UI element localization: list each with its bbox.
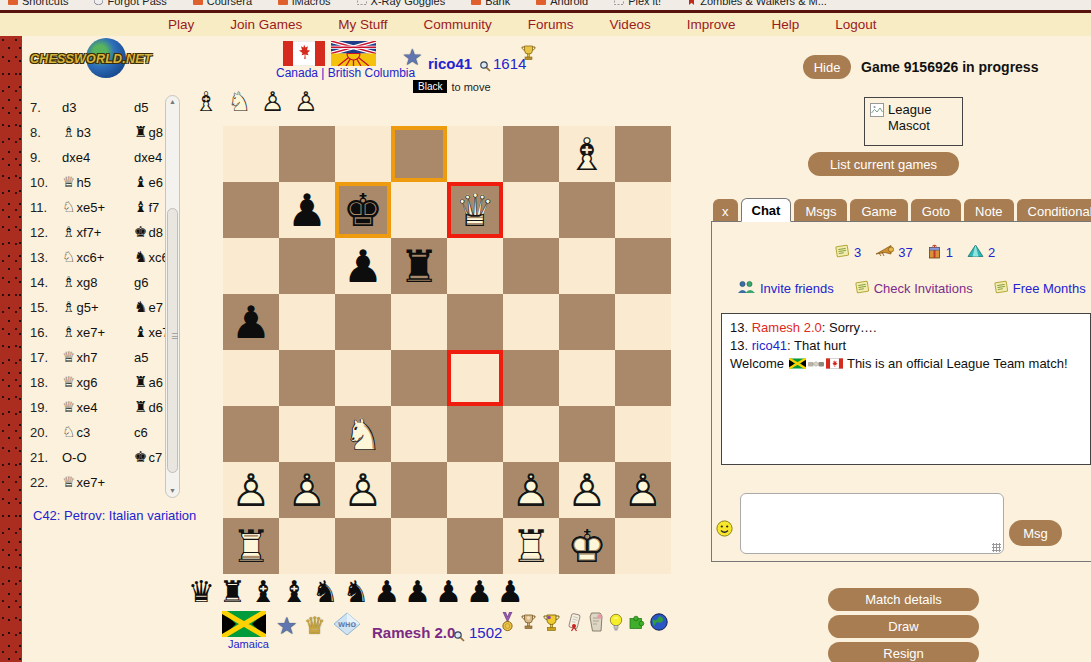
move-row: 18.♕xg6♜a6: [30, 371, 163, 393]
square-a4[interactable]: [223, 350, 279, 406]
square-a7[interactable]: [223, 182, 279, 238]
chess-board[interactable]: ♝♗♟♚♛♕♟♜♟♞♘♟♙♟♙♟♙♟♙♟♙♟♙♜♖♜♖♚♔: [223, 126, 671, 574]
tab-msgs[interactable]: Msgs: [794, 199, 847, 222]
move-row: 15.♗g5+♞e7: [30, 296, 163, 318]
bookmark-item[interactable]: Shortcuts: [8, 0, 68, 7]
square-d6[interactable]: ♜: [391, 238, 447, 294]
square-a6[interactable]: [223, 238, 279, 294]
square-d2[interactable]: [391, 462, 447, 518]
move-black[interactable]: ♞e7: [134, 298, 163, 316]
chat-message: 13. Ramesh 2.0: Sorry….: [730, 319, 1082, 337]
nav-join-games[interactable]: Join Games: [230, 17, 302, 32]
counter-row: 33712: [835, 243, 995, 262]
square-b7[interactable]: ♟: [279, 182, 335, 238]
move-row: 21.O-O♚c7: [30, 446, 162, 468]
link-check-invitations[interactable]: Check Invitations: [855, 280, 973, 297]
square-f5[interactable]: [503, 294, 559, 350]
resize-handle[interactable]: [992, 543, 1001, 552]
square-g7[interactable]: [559, 182, 615, 238]
move-black[interactable]: ♜g8: [134, 123, 163, 141]
move-row: 13.♘xc6+♞xc6: [30, 246, 169, 268]
chat-prefix: 13.: [730, 338, 752, 353]
gem-icon: [967, 244, 984, 261]
piece-white-pawn[interactable]: ♟♙: [567, 468, 607, 513]
move-black[interactable]: g6: [134, 275, 148, 290]
piece-black-knight[interactable]: ♞: [343, 577, 370, 607]
square-e1[interactable]: [447, 518, 503, 574]
move-row: 10.♕h5♝e6: [30, 171, 163, 193]
square-a5[interactable]: ♟: [223, 294, 279, 350]
counter-value: 3: [854, 245, 861, 260]
square-e8[interactable]: [447, 126, 503, 182]
move-row: 7.d3d5: [30, 96, 148, 118]
diploma-icon: [566, 613, 583, 636]
bookmark-item[interactable]: Coursera: [193, 0, 252, 7]
folder-icon: [471, 0, 481, 7]
move-number: 21.: [30, 450, 62, 465]
chat-message-input[interactable]: [740, 493, 1004, 554]
lightbulb-icon: [609, 613, 623, 636]
square-b4[interactable]: [279, 350, 335, 406]
handshake-icon: [808, 357, 824, 372]
note-icon: [994, 280, 1009, 297]
move-number: 13.: [30, 250, 62, 265]
chat-message: Welcome This is an official League Team …: [730, 355, 1082, 374]
move-row: 17.♕xh7a5: [30, 346, 148, 368]
trumpet-icon: [875, 244, 894, 262]
square-c1[interactable]: [335, 518, 391, 574]
chat-prefix: 13.: [730, 320, 752, 335]
move-white[interactable]: ♘c3: [62, 423, 134, 441]
square-h8[interactable]: [615, 126, 671, 182]
piece-black-rook[interactable]: ♜: [219, 577, 246, 607]
move-row: 19.♕xe4♜d6: [30, 396, 163, 418]
broken-image-icon: [870, 103, 884, 121]
square-c2[interactable]: ♟♙: [335, 462, 391, 518]
move-number: 14.: [30, 275, 62, 290]
tab-conditionals[interactable]: Conditionals: [1017, 199, 1091, 222]
bookmarks-list: ShortcutsForgot PassCourseraiMacrosX-Ray…: [0, 0, 1091, 7]
piece-white-knight[interactable]: ♞♘: [227, 88, 251, 115]
move-number: 17.: [30, 350, 62, 365]
to-move-color-badge: Black: [413, 80, 447, 93]
square-h7[interactable]: [615, 182, 671, 238]
move-white[interactable]: ♗xf7+: [62, 223, 134, 241]
square-c8[interactable]: [335, 126, 391, 182]
top-player-name[interactable]: rico41: [428, 55, 472, 72]
chat-author[interactable]: Ramesh 2.0: [752, 320, 822, 335]
bottom-player-name[interactable]: Ramesh 2.0: [372, 624, 455, 641]
gift-icon: [927, 243, 942, 262]
to-move-indicator: Black to move: [413, 80, 491, 93]
move-number: 18.: [30, 375, 62, 390]
square-f2[interactable]: ♟♙: [503, 462, 559, 518]
move-white[interactable]: ♕h5: [62, 173, 134, 191]
piece-black-queen[interactable]: ♛: [188, 577, 215, 607]
counter-value: 1: [946, 245, 953, 260]
shield-icon: [94, 0, 103, 7]
move-black[interactable]: dxe4: [134, 150, 162, 165]
piece-white-king[interactable]: ♚♔: [567, 524, 607, 569]
medal-icon: [500, 612, 515, 636]
square-b8[interactable]: [279, 126, 335, 182]
move-white[interactable]: ♕xe7+: [62, 473, 134, 491]
to-move-suffix: to move: [451, 81, 490, 93]
site-logo-text: CHESSWORLD.NET: [30, 52, 152, 66]
move-number: 15.: [30, 300, 62, 315]
draw-button[interactable]: Draw: [828, 615, 979, 638]
bookmark-label: Bank: [485, 0, 510, 7]
square-g1[interactable]: ♚♔: [559, 518, 615, 574]
bookmark-label: Coursera: [207, 0, 252, 7]
nav-help[interactable]: Help: [771, 17, 799, 32]
square-f1[interactable]: ♜♖: [503, 518, 559, 574]
square-f4[interactable]: [503, 350, 559, 406]
piece-white-pawn[interactable]: ♟♙: [231, 468, 271, 513]
counter-gem[interactable]: 2: [967, 244, 995, 261]
piece-black-bishop[interactable]: ♝: [250, 577, 277, 607]
dashed-icon: [614, 0, 624, 7]
bookmark-item[interactable]: Plex it!: [614, 0, 661, 7]
link-label: Invite friends: [760, 281, 834, 296]
who-diamond-icon: WHO: [333, 612, 361, 640]
move-white[interactable]: ♗g5+: [62, 298, 134, 316]
square-f7[interactable]: [503, 182, 559, 238]
move-number: 11.: [30, 200, 62, 215]
move-number: 9.: [30, 150, 62, 165]
piece-black-pawn[interactable]: ♟: [373, 577, 400, 607]
hide-button[interactable]: Hide: [803, 55, 851, 79]
square-a3[interactable]: [223, 406, 279, 462]
league-mascot-box: League Mascot: [864, 97, 963, 146]
bookmark-label: Zombies & Walkers & M...: [700, 0, 827, 7]
canada-flag-small: [826, 357, 843, 372]
square-b2[interactable]: ♟♙: [279, 462, 335, 518]
red-bookmark-icon: [687, 0, 696, 7]
bookmark-item[interactable]: Bank: [471, 0, 510, 7]
move-black[interactable]: c6: [134, 425, 148, 440]
player-location-link[interactable]: Canada | British Columbia: [276, 66, 415, 80]
piece-black-pawn[interactable]: ♟: [466, 577, 493, 607]
bookmark-item[interactable]: Forgot Pass: [94, 0, 166, 7]
square-e2[interactable]: [447, 462, 503, 518]
nav-my-stuff[interactable]: My Stuff: [338, 17, 387, 32]
move-number: 22.: [30, 475, 62, 490]
square-h6[interactable]: [615, 238, 671, 294]
bookmark-item[interactable]: Android: [536, 0, 588, 7]
resign-button[interactable]: Resign: [828, 642, 979, 662]
nav-play[interactable]: Play: [168, 17, 194, 32]
piece-white-pawn[interactable]: ♟♙: [343, 468, 383, 513]
move-row: 9.dxe4dxe4: [30, 146, 162, 168]
folder-icon: [193, 0, 203, 7]
move-white[interactable]: ♕xh7: [62, 348, 134, 366]
site-logo[interactable]: CHESSWORLD.NET: [28, 36, 158, 80]
move-number: 19.: [30, 400, 62, 415]
move-number: 7.: [30, 100, 62, 115]
invite-icon: [737, 280, 756, 297]
square-d8[interactable]: [391, 126, 447, 182]
bookmark-item[interactable]: X-Ray Goggles: [357, 0, 446, 7]
move-white[interactable]: ♘xc6+: [62, 248, 134, 266]
square-d5[interactable]: [391, 294, 447, 350]
note-icon: [855, 280, 870, 297]
counter-trumpet[interactable]: 37: [875, 244, 912, 262]
square-f6[interactable]: [503, 238, 559, 294]
square-c6[interactable]: ♟: [335, 238, 391, 294]
send-message-button[interactable]: Msg: [1009, 520, 1062, 546]
bookmark-label: X-Ray Goggles: [371, 0, 446, 7]
scrollbar-thumb[interactable]: ☰: [167, 208, 178, 473]
move-row: 14.♗xg8g6: [30, 271, 148, 293]
square-f8[interactable]: [503, 126, 559, 182]
move-row: 12.♗xf7+♚d8: [30, 221, 163, 243]
bookmark-label: Plex it!: [628, 0, 661, 7]
piece-black-bishop[interactable]: ♝: [281, 577, 308, 607]
smiley-icon[interactable]: [716, 520, 733, 541]
piece-black-knight[interactable]: ♞: [312, 577, 339, 607]
square-g3[interactable]: [559, 406, 615, 462]
bottom-player-rating: 1502: [469, 624, 502, 641]
counter-value: 37: [898, 245, 912, 260]
square-e4[interactable]: [447, 350, 503, 406]
bronze-trophy-icon: [520, 613, 537, 635]
star-icon: ★: [402, 44, 423, 71]
move-number: 8.: [30, 125, 62, 140]
move-black[interactable]: ♚d8: [134, 223, 163, 241]
square-h3[interactable]: [615, 406, 671, 462]
piece-black-rook[interactable]: ♜: [399, 244, 439, 289]
bookmark-item[interactable]: iMacros: [278, 0, 331, 7]
magnifier-icon[interactable]: [453, 628, 465, 646]
square-d4[interactable]: [391, 350, 447, 406]
bookmark-label: Forgot Pass: [107, 0, 166, 7]
square-g5[interactable]: [559, 294, 615, 350]
piece-black-pawn[interactable]: ♟: [435, 577, 462, 607]
bookmark-item[interactable]: Zombies & Walkers & M...: [687, 0, 827, 7]
piece-black-pawn[interactable]: ♟: [287, 188, 327, 233]
bookmark-label: Shortcuts: [22, 0, 68, 7]
square-c5[interactable]: [335, 294, 391, 350]
square-g4[interactable]: [559, 350, 615, 406]
piece-black-pawn[interactable]: ♟: [343, 244, 383, 289]
svg-text:WHO: WHO: [338, 621, 357, 629]
move-black[interactable]: ♜a6: [134, 373, 163, 391]
scroll-up-arrow[interactable]: ▲: [167, 96, 178, 108]
square-b5[interactable]: [279, 294, 335, 350]
dashed-icon: [357, 0, 367, 7]
tab-goto[interactable]: Goto: [911, 199, 961, 222]
link-label: Check Invitations: [874, 281, 973, 296]
piece-white-pawn[interactable]: ♟♙: [511, 468, 551, 513]
piece-white-bishop[interactable]: ♝♗: [567, 132, 607, 177]
move-black[interactable]: d5: [134, 100, 148, 115]
move-black[interactable]: ♚c7: [134, 448, 162, 466]
move-black[interactable]: ♝e6: [134, 173, 163, 191]
square-e6[interactable]: [447, 238, 503, 294]
eco-opening-link[interactable]: C42: Petrov: Italian variation: [33, 508, 196, 523]
piece-white-pawn[interactable]: ♟♙: [287, 468, 327, 513]
captured-white-pieces: ♝♗♞♘♟♙♟♙: [194, 88, 318, 115]
piece-white-queen[interactable]: ♛♕: [455, 188, 495, 233]
trophy-icon: [520, 44, 537, 66]
folder-icon: [8, 0, 18, 7]
panel-links-row: Invite friendsCheck InvitationsFree Mont…: [737, 280, 1086, 297]
move-number: 16.: [30, 325, 62, 340]
link-label: Free Months: [1013, 281, 1086, 296]
piece-white-pawn[interactable]: ♟♙: [294, 88, 318, 115]
move-white[interactable]: ♗b3: [62, 123, 134, 141]
move-white[interactable]: ♕xe4: [62, 398, 134, 416]
square-h5[interactable]: [615, 294, 671, 350]
move-row: 20.♘c3c6: [30, 421, 148, 443]
move-number: 12.: [30, 225, 62, 240]
square-h1[interactable]: [615, 518, 671, 574]
square-d7[interactable]: [391, 182, 447, 238]
bookmark-label: Android: [550, 0, 588, 7]
chat-message: 13. rico41: That hurt: [730, 337, 1082, 355]
captured-black-pieces: ♛♜♝♝♞♞♟♟♟♟♟: [188, 577, 524, 607]
square-e5[interactable]: [447, 294, 503, 350]
move-white[interactable]: ♗xe7+: [62, 323, 134, 341]
piece-white-knight[interactable]: ♞♘: [343, 412, 383, 457]
move-white[interactable]: dxe4: [62, 150, 134, 165]
square-b3[interactable]: [279, 406, 335, 462]
square-h4[interactable]: [615, 350, 671, 406]
counter-value: 2: [988, 245, 995, 260]
move-black[interactable]: a5: [134, 350, 148, 365]
league-mascot-label: League Mascot: [888, 102, 931, 133]
left-texture-strip: [0, 36, 22, 662]
square-d1[interactable]: [391, 518, 447, 574]
move-number: 10.: [30, 175, 62, 190]
nav-forums[interactable]: Forums: [528, 17, 574, 32]
move-black[interactable]: ♝f7: [134, 198, 159, 216]
scroll-down-arrow[interactable]: ▼: [167, 485, 178, 497]
magnifier-icon[interactable]: [479, 58, 491, 76]
piece-white-pawn[interactable]: ♟♙: [623, 468, 663, 513]
square-d3[interactable]: [391, 406, 447, 462]
game-status-text: Game 9156926 in progress: [861, 59, 1038, 75]
chat-prefix: Welcome: [730, 356, 788, 371]
tab-game[interactable]: Game: [850, 199, 907, 222]
tab-chat[interactable]: Chat: [741, 198, 792, 222]
square-c7[interactable]: ♚: [335, 182, 391, 238]
square-h2[interactable]: ♟♙: [615, 462, 671, 518]
chat-text: : That hurt: [787, 338, 846, 353]
move-row: 11.♘xe5+♝f7: [30, 196, 159, 218]
piece-white-rook[interactable]: ♜♖: [231, 524, 271, 569]
move-row: 16.♗xe7+♝xe7: [30, 321, 169, 343]
square-a8[interactable]: [223, 126, 279, 182]
bookmark-label: iMacros: [292, 0, 331, 7]
move-black[interactable]: ♞xc6: [134, 248, 169, 266]
square-b1[interactable]: [279, 518, 335, 574]
chat-text: : Sorry….: [822, 320, 877, 335]
match-details-button[interactable]: Match details: [828, 588, 979, 611]
piece-white-pawn[interactable]: ♟♙: [260, 88, 284, 115]
move-row: 8.♗b3♜g8: [30, 121, 163, 143]
square-e7[interactable]: ♛♕: [447, 182, 503, 238]
tab-note[interactable]: Note: [964, 199, 1013, 222]
browser-bookmarks-bar: ShortcutsForgot PassCourseraiMacrosX-Ray…: [0, 0, 1091, 10]
square-b6[interactable]: [279, 238, 335, 294]
counter-note[interactable]: 3: [835, 244, 861, 261]
gold-trophy-icon: [542, 613, 561, 636]
square-e3[interactable]: [447, 406, 503, 462]
star-icon: ★: [276, 612, 298, 640]
piece-black-king[interactable]: ♚: [343, 188, 383, 233]
nav-logout[interactable]: Logout: [835, 17, 876, 32]
square-g2[interactable]: ♟♙: [559, 462, 615, 518]
square-a1[interactable]: ♜♖: [223, 518, 279, 574]
square-g8[interactable]: ♝♗: [559, 126, 615, 182]
parchment-icon: [588, 612, 604, 636]
nav-videos[interactable]: Videos: [610, 17, 651, 32]
move-white[interactable]: ♘xe5+: [62, 198, 134, 216]
note-icon: [835, 244, 850, 261]
site-navbar: PlayJoin GamesMy StuffCommunityForumsVid…: [0, 13, 1091, 36]
piece-white-rook[interactable]: ♜♖: [511, 524, 551, 569]
chat-author[interactable]: rico41: [752, 338, 787, 353]
bottom-player-badges: [500, 612, 668, 636]
square-g6[interactable]: [559, 238, 615, 294]
puzzle-icon: [628, 614, 645, 634]
piece-black-pawn[interactable]: ♟: [497, 577, 524, 607]
globe-icon: [650, 613, 668, 635]
move-row: 22.♕xe7+: [30, 471, 134, 493]
counter-gift[interactable]: 1: [927, 243, 953, 262]
move-white[interactable]: ♕xg6: [62, 373, 134, 391]
move-list-scrollbar[interactable]: ▲ ☰ ▼: [165, 95, 180, 498]
nav-improve[interactable]: Improve: [687, 17, 736, 32]
piece-black-pawn[interactable]: ♟: [404, 577, 431, 607]
crown-icon: ♛: [304, 612, 326, 640]
list-current-games-button[interactable]: List current games: [808, 152, 959, 176]
jamaica-flag-icon: [222, 611, 266, 641]
move-white[interactable]: ♗xg8: [62, 273, 134, 291]
piece-black-pawn[interactable]: ♟: [231, 300, 271, 345]
tab-x[interactable]: x: [713, 199, 738, 222]
folder-icon: [536, 0, 546, 7]
piece-white-bishop[interactable]: ♝♗: [194, 88, 218, 115]
square-a2[interactable]: ♟♙: [223, 462, 279, 518]
move-white[interactable]: d3: [62, 100, 134, 115]
move-black[interactable]: ♜d6: [134, 398, 163, 416]
panel-tabs: xChatMsgsGameGotoNoteConditionals: [713, 196, 1091, 222]
folder-icon: [278, 0, 288, 7]
jamaica-flag-small: [789, 357, 806, 372]
link-invite-friends[interactable]: Invite friends: [737, 280, 834, 297]
chat-text: This is an official League Team match!: [844, 356, 1068, 371]
nav-community[interactable]: Community: [424, 17, 492, 32]
bottom-player-location-link[interactable]: Jamaica: [228, 638, 269, 650]
square-f3[interactable]: [503, 406, 559, 462]
link-free-months[interactable]: Free Months: [994, 280, 1086, 297]
move-white[interactable]: O-O: [62, 450, 134, 465]
square-c3[interactable]: ♞♘: [335, 406, 391, 462]
move-number: 20.: [30, 425, 62, 440]
square-c4[interactable]: [335, 350, 391, 406]
chat-history: 13. Ramesh 2.0: Sorry….13. rico41: That …: [721, 313, 1091, 465]
